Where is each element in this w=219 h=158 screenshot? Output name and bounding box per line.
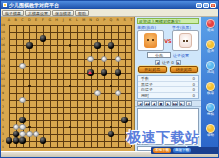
white-player-card [137, 30, 164, 51]
col-label: O [94, 18, 100, 22]
black-stone [26, 42, 32, 48]
row-label: 19 [0, 23, 6, 27]
go-board[interactable]: A19B18C17D16E15F14G13H12J11K10L9M8N7O6P5… [1, 17, 135, 153]
col-label: L [74, 18, 80, 22]
col-label: C [20, 18, 26, 22]
row-label: 11 [0, 77, 6, 81]
black-player-avatar [179, 33, 192, 48]
title-bar: 少儿围棋教学对弈平台 ─ □ ✕ [1, 1, 218, 9]
sidebar-item-icon [206, 61, 215, 70]
grid-vline [84, 25, 85, 147]
grid-hline [9, 113, 131, 114]
sidebar-item-5[interactable]: 悔棋 [206, 103, 215, 124]
nav-button-6[interactable]: ▶▶ [172, 101, 178, 106]
black-player-card [172, 30, 199, 51]
last-move-marker [88, 71, 92, 74]
row-label: 6 [0, 111, 6, 115]
row-label: 5 [0, 118, 6, 122]
white-stone [19, 131, 25, 137]
app-icon [3, 3, 7, 7]
game-panel: 欢迎进入围棋对弈教室! 老师(执白) VS 学生(执黑) 分先 [135, 17, 201, 153]
row-label: 9 [0, 91, 6, 95]
minimize-button[interactable]: ─ [196, 3, 202, 8]
action-buttons: 开始对局结束对局 [135, 65, 201, 74]
black-stone [108, 42, 114, 48]
star-point [28, 126, 30, 128]
stepper-right-button[interactable]: ▶ [176, 60, 181, 65]
sidebar-item-label: 邀请 [207, 49, 214, 53]
stat-value: 0 [192, 82, 195, 87]
white-stone [19, 63, 25, 69]
col-label: J [60, 18, 66, 22]
white-stone [13, 124, 19, 130]
app-window: 少儿围棋教学对弈平台 ─ □ ✕ 电子棋盘大棋盘设置保存棋谱帮助 A19B18C… [0, 0, 219, 158]
row-label: 16 [0, 43, 6, 47]
sidebar-item-icon [206, 103, 215, 112]
black-stone [40, 137, 46, 143]
row-label: 7 [0, 105, 6, 109]
star-point [110, 126, 112, 128]
white-stone [101, 56, 107, 62]
black-stone [19, 137, 25, 143]
col-label: K [67, 18, 73, 22]
grid-hline [9, 141, 131, 142]
sidebar-item-icon [206, 124, 215, 133]
row-label: 15 [0, 50, 6, 54]
col-label: T [128, 18, 134, 22]
menu-tab-1[interactable]: 电子棋盘 [2, 10, 24, 16]
grid-hline [9, 93, 131, 94]
game-setting-input[interactable]: 分先 [147, 52, 171, 58]
sidebar-item-1[interactable]: 退出 [206, 19, 215, 40]
col-label: R [115, 18, 121, 22]
close-button[interactable]: ✕ [210, 3, 216, 8]
grid-vline [125, 25, 126, 147]
grid-vline [131, 25, 132, 147]
col-label: Q [108, 18, 114, 22]
black-stone [108, 131, 114, 137]
grid-vline [118, 25, 119, 147]
col-label: S [122, 18, 128, 22]
grid-hline [9, 120, 131, 121]
row-label: 10 [0, 84, 6, 88]
black-stone [115, 69, 121, 75]
row-label: 17 [0, 37, 6, 41]
vs-label: VS [164, 38, 171, 44]
grid-vline [104, 25, 105, 147]
white-stone [115, 56, 121, 62]
handicap-settings-link[interactable]: 让子设置 [173, 53, 189, 58]
black-stone [13, 137, 19, 143]
kifu-navigation-bar: |◀◀◀◀■▶▶▶▶|⚙ [135, 100, 201, 107]
sidebar-icon-strip: 退出邀请观战棋谱悔棋帮助 [201, 17, 219, 153]
row-label: 4 [0, 125, 6, 129]
nav-button-7[interactable]: ▶| [179, 101, 185, 106]
black-stone [40, 35, 46, 41]
nav-button-1[interactable]: |◀ [137, 101, 143, 106]
col-label: N [88, 18, 94, 22]
sidebar-item-label: 退出 [207, 28, 214, 32]
col-label: P [101, 18, 107, 22]
game-action-button-2[interactable]: 结束对局 [170, 66, 199, 73]
stat-value: 0 [192, 87, 195, 92]
sidebar-item-label: 棋谱 [207, 91, 214, 95]
grid-vline [77, 25, 78, 147]
col-label: A [6, 18, 12, 22]
row-label: 3 [0, 132, 6, 136]
sidebar-item-icon [206, 40, 215, 49]
col-label: G [47, 18, 53, 22]
white-stone [19, 124, 25, 130]
col-label: E [33, 18, 39, 22]
stat-value: 0 [192, 93, 195, 99]
col-label: B [13, 18, 19, 22]
status-bar [1, 151, 218, 157]
nav-button-4[interactable]: ■ [158, 101, 164, 106]
stat-row: 用时0 [138, 93, 198, 99]
nav-button-5[interactable]: ▶ [165, 101, 171, 106]
white-stone [115, 90, 121, 96]
game-action-button-1[interactable]: 开始对局 [138, 66, 167, 73]
col-label: M [81, 18, 87, 22]
sidebar-item-4[interactable]: 棋谱 [206, 82, 215, 103]
sidebar-item-label: 观战 [207, 70, 214, 74]
grid-vline [91, 25, 92, 147]
sidebar-item-icon [206, 19, 215, 28]
move-list-area[interactable] [137, 108, 199, 145]
sidebar-item-3[interactable]: 观战 [206, 61, 215, 82]
menu-tab-2[interactable]: 大棋盘设置 [25, 10, 51, 16]
sidebar-item-label: 帮助 [207, 133, 214, 137]
white-player-avatar [144, 33, 157, 48]
row-label: 13 [0, 64, 6, 68]
black-stone [94, 42, 100, 48]
nav-button-3[interactable]: ◀ [151, 101, 157, 106]
maximize-button[interactable]: □ [203, 3, 209, 8]
stat-label: 白提子 [141, 87, 153, 92]
black-stone [101, 69, 107, 75]
row-label: 18 [0, 30, 6, 34]
black-stone [121, 117, 127, 123]
stat-label: 黑提子 [141, 82, 153, 87]
black-stone [6, 137, 12, 143]
menu-bar: 电子棋盘大棋盘设置保存棋谱帮助 [1, 9, 218, 17]
row-label: 12 [0, 71, 6, 75]
game-stats-table: 手数0黑提子0白提子0用时0 [137, 75, 199, 99]
grid-hline [9, 100, 131, 101]
row-label: 14 [0, 57, 6, 61]
menu-tab-3[interactable]: 保存棋谱 [52, 10, 74, 16]
grid-hline [9, 147, 131, 148]
menu-tab-4[interactable]: 帮助 [75, 10, 89, 16]
col-label: F [40, 18, 46, 22]
black-stone [19, 117, 25, 123]
white-stone [94, 90, 100, 96]
sidebar-item-icon [206, 82, 215, 91]
stat-value: 0 [192, 76, 195, 81]
row-label: 1 [0, 145, 6, 149]
white-stone [87, 56, 93, 62]
white-stone [33, 131, 39, 137]
white-stone [26, 131, 32, 137]
white-stone [19, 97, 25, 103]
nav-button-8[interactable]: ⚙ [186, 101, 192, 106]
stepper-left-button[interactable]: ◀ [155, 60, 160, 65]
grid-hline [9, 107, 131, 108]
sidebar-item-2[interactable]: 邀请 [206, 40, 215, 61]
col-label: H [54, 18, 60, 22]
col-label: D [26, 18, 32, 22]
window-title: 少儿围棋教学对弈平台 [9, 1, 196, 9]
nav-button-2[interactable]: ◀◀ [144, 101, 150, 106]
stat-label: 手数 [141, 76, 149, 81]
sidebar-item-label: 悔棋 [207, 112, 214, 116]
black-stone [13, 131, 19, 137]
sidebar-item-6[interactable]: 帮助 [206, 124, 215, 145]
stat-label: 用时 [141, 93, 149, 99]
stepper-label: 让子 0 [162, 60, 174, 65]
row-label: 8 [0, 98, 6, 102]
